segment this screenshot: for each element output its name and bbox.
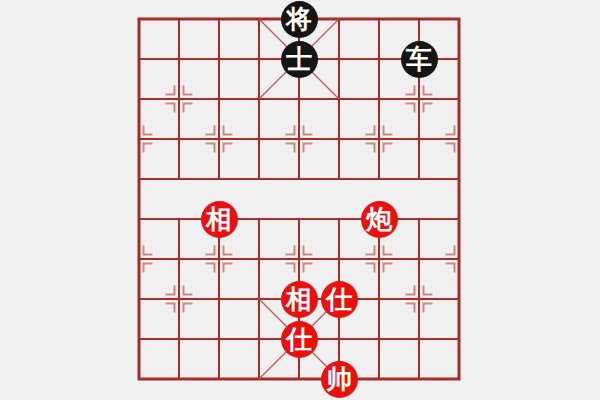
board-point-6-1[interactable] <box>359 39 399 79</box>
black-general-label: 将 <box>286 6 312 32</box>
board-point-0-4[interactable] <box>119 159 159 199</box>
board-point-3-9[interactable] <box>239 359 279 399</box>
board-point-0-0[interactable] <box>119 0 159 39</box>
board-point-3-3[interactable] <box>239 119 279 159</box>
board-point-4-2[interactable] <box>279 79 319 119</box>
red-advisor-1-label: 仕 <box>326 286 352 312</box>
board-point-0-6[interactable] <box>119 239 159 279</box>
xiangqi-board: 将士车相炮相仕仕帅 <box>0 0 600 400</box>
board-point-3-6[interactable] <box>239 239 279 279</box>
board-point-2-4[interactable] <box>199 159 239 199</box>
board-point-0-8[interactable] <box>119 319 159 359</box>
board-point-2-7[interactable] <box>199 279 239 319</box>
red-cannon[interactable]: 炮 <box>361 201 398 238</box>
board-point-2-9[interactable] <box>199 359 239 399</box>
board-point-0-7[interactable] <box>119 279 159 319</box>
red-elephant-2[interactable]: 相 <box>281 281 318 318</box>
black-chariot-label: 车 <box>406 46 432 72</box>
black-general[interactable]: 将 <box>281 1 318 38</box>
board-point-5-0[interactable] <box>319 0 359 39</box>
board-point-8-8[interactable] <box>439 319 479 359</box>
red-cannon-label: 炮 <box>366 206 392 232</box>
board-point-2-0[interactable] <box>199 0 239 39</box>
black-advisor[interactable]: 士 <box>281 41 318 78</box>
board-point-4-8[interactable]: 仕 <box>279 319 319 359</box>
board-point-7-7[interactable] <box>399 279 439 319</box>
black-chariot[interactable]: 车 <box>401 41 438 78</box>
board-point-8-7[interactable] <box>439 279 479 319</box>
board-point-5-7[interactable]: 仕 <box>319 279 359 319</box>
board-point-3-0[interactable] <box>239 0 279 39</box>
board-point-7-0[interactable] <box>399 0 439 39</box>
board-point-5-8[interactable] <box>319 319 359 359</box>
red-general-label: 帅 <box>326 366 352 392</box>
board-point-4-6[interactable] <box>279 239 319 279</box>
board-point-1-2[interactable] <box>159 79 199 119</box>
board-point-7-4[interactable] <box>399 159 439 199</box>
board-point-5-2[interactable] <box>319 79 359 119</box>
board-point-6-2[interactable] <box>359 79 399 119</box>
board-point-1-6[interactable] <box>159 239 199 279</box>
board-point-4-9[interactable] <box>279 359 319 399</box>
board-point-1-3[interactable] <box>159 119 199 159</box>
board-point-3-5[interactable] <box>239 199 279 239</box>
board-point-2-2[interactable] <box>199 79 239 119</box>
board-point-4-7[interactable]: 相 <box>279 279 319 319</box>
board-point-0-3[interactable] <box>119 119 159 159</box>
red-advisor-2-label: 仕 <box>286 326 312 352</box>
board-point-8-3[interactable] <box>439 119 479 159</box>
board-point-1-0[interactable] <box>159 0 199 39</box>
board-point-6-5[interactable]: 炮 <box>359 199 399 239</box>
board-point-1-8[interactable] <box>159 319 199 359</box>
red-advisor-1[interactable]: 仕 <box>321 281 358 318</box>
board-point-6-0[interactable] <box>359 0 399 39</box>
board-grid: 将士车相炮相仕仕帅 <box>119 0 479 399</box>
board-point-1-5[interactable] <box>159 199 199 239</box>
board-point-5-3[interactable] <box>319 119 359 159</box>
board-point-6-9[interactable] <box>359 359 399 399</box>
board-point-4-5[interactable] <box>279 199 319 239</box>
board-point-3-2[interactable] <box>239 79 279 119</box>
board-point-1-1[interactable] <box>159 39 199 79</box>
board-point-7-3[interactable] <box>399 119 439 159</box>
red-elephant-1[interactable]: 相 <box>201 201 238 238</box>
board-point-6-3[interactable] <box>359 119 399 159</box>
board-point-8-9[interactable] <box>439 359 479 399</box>
board-point-0-1[interactable] <box>119 39 159 79</box>
board-point-3-7[interactable] <box>239 279 279 319</box>
board-point-5-9[interactable]: 帅 <box>319 359 359 399</box>
red-elephant-2-label: 相 <box>286 286 312 312</box>
board-point-7-6[interactable] <box>399 239 439 279</box>
board-point-6-6[interactable] <box>359 239 399 279</box>
board-point-7-8[interactable] <box>399 319 439 359</box>
board-point-8-5[interactable] <box>439 199 479 239</box>
board-point-6-8[interactable] <box>359 319 399 359</box>
board-point-0-9[interactable] <box>119 359 159 399</box>
board-point-8-2[interactable] <box>439 79 479 119</box>
red-general[interactable]: 帅 <box>321 361 358 398</box>
board-point-7-1[interactable]: 车 <box>399 39 439 79</box>
board-point-6-4[interactable] <box>359 159 399 199</box>
board-point-2-1[interactable] <box>199 39 239 79</box>
board-point-7-5[interactable] <box>399 199 439 239</box>
board-point-7-9[interactable] <box>399 359 439 399</box>
red-elephant-1-label: 相 <box>206 206 232 232</box>
board-point-0-5[interactable] <box>119 199 159 239</box>
board-point-3-8[interactable] <box>239 319 279 359</box>
board-point-2-6[interactable] <box>199 239 239 279</box>
board-point-3-1[interactable] <box>239 39 279 79</box>
board-point-2-3[interactable] <box>199 119 239 159</box>
board-point-7-2[interactable] <box>399 79 439 119</box>
board-point-4-1[interactable]: 士 <box>279 39 319 79</box>
board-point-2-8[interactable] <box>199 319 239 359</box>
board-point-4-0[interactable]: 将 <box>279 0 319 39</box>
board-point-8-6[interactable] <box>439 239 479 279</box>
board-point-8-0[interactable] <box>439 0 479 39</box>
board-point-1-4[interactable] <box>159 159 199 199</box>
red-advisor-2[interactable]: 仕 <box>281 321 318 358</box>
board-point-3-4[interactable] <box>239 159 279 199</box>
board-point-5-1[interactable] <box>319 39 359 79</box>
board-point-5-5[interactable] <box>319 199 359 239</box>
board-point-8-1[interactable] <box>439 39 479 79</box>
board-point-2-5[interactable]: 相 <box>199 199 239 239</box>
board-point-1-9[interactable] <box>159 359 199 399</box>
board-point-8-4[interactable] <box>439 159 479 199</box>
board-point-6-7[interactable] <box>359 279 399 319</box>
board-point-0-2[interactable] <box>119 79 159 119</box>
board-point-1-7[interactable] <box>159 279 199 319</box>
board-point-5-6[interactable] <box>319 239 359 279</box>
board-point-5-4[interactable] <box>319 159 359 199</box>
board-point-4-4[interactable] <box>279 159 319 199</box>
board-point-4-3[interactable] <box>279 119 319 159</box>
black-advisor-label: 士 <box>286 46 312 72</box>
